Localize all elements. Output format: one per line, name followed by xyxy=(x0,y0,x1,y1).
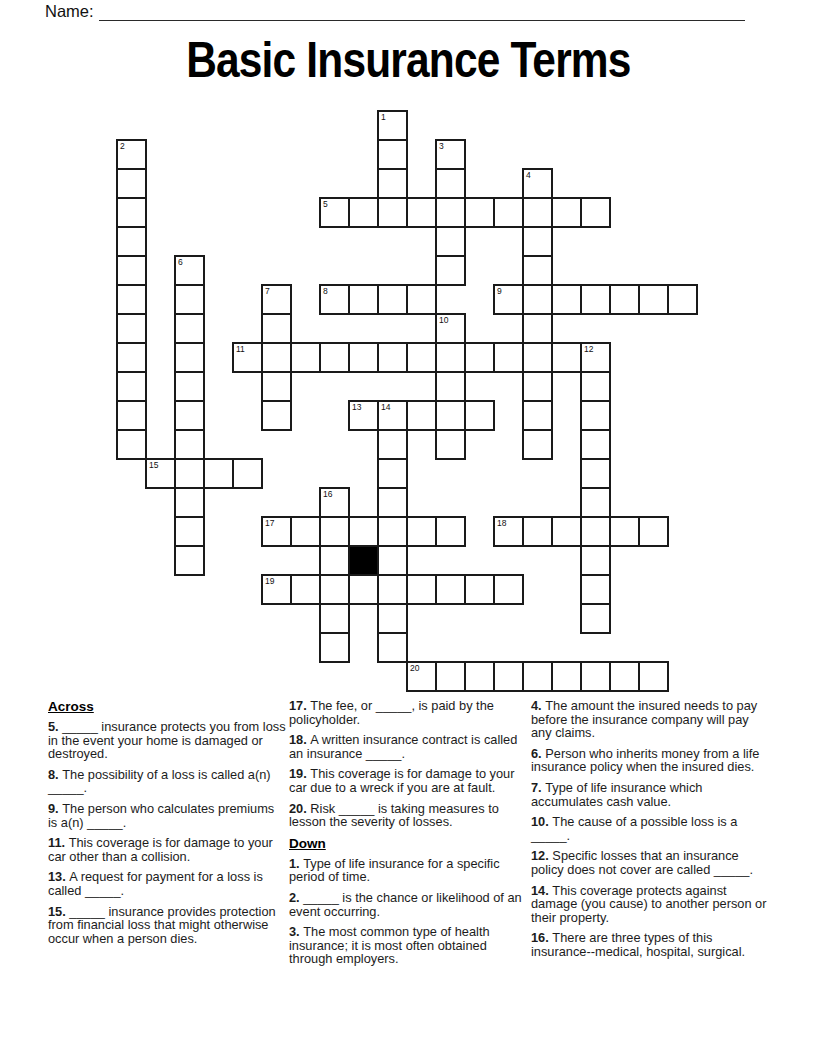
clue-9-across: 9. The person who calculates premiums is… xyxy=(48,802,286,829)
grid-cell-c11-r8[interactable] xyxy=(435,342,466,373)
grid-cell-c9-r8[interactable] xyxy=(377,342,408,373)
grid-cell-c5-r10[interactable] xyxy=(261,400,292,431)
grid-cell-c2-r5[interactable]: 6 xyxy=(174,255,205,286)
clue-16-down: 16. There are three types of this insura… xyxy=(531,931,771,958)
grid-cell-c9-r17[interactable] xyxy=(377,603,408,634)
grid-cell-c6-r8[interactable] xyxy=(290,342,321,373)
grid-cell-c2-r12[interactable] xyxy=(174,458,205,489)
grid-cell-c9-r1[interactable] xyxy=(377,139,408,170)
grid-cell-c7-r13[interactable]: 16 xyxy=(319,487,350,518)
grid-cell-c13-r19[interactable] xyxy=(493,661,524,692)
grid-cell-c9-r15[interactable] xyxy=(377,545,408,576)
grid-cell-c7-r6[interactable]: 8 xyxy=(319,284,350,315)
clue-number: 5. xyxy=(48,719,62,734)
grid-cell-c16-r15[interactable] xyxy=(580,545,611,576)
grid-cell-c7-r8[interactable] xyxy=(319,342,350,373)
grid-cell-c0-r2[interactable] xyxy=(116,168,147,199)
grid-cell-c11-r4[interactable] xyxy=(435,226,466,257)
grid-cell-c14-r6[interactable] xyxy=(522,284,553,315)
grid-cell-c8-r16[interactable] xyxy=(348,574,379,605)
cell-number-4: 4 xyxy=(526,170,531,180)
cell-number-20: 20 xyxy=(410,663,419,673)
cell-number-12: 12 xyxy=(584,344,593,354)
name-label: Name: xyxy=(45,2,94,21)
cell-number-3: 3 xyxy=(439,141,444,151)
grid-cell-c14-r10[interactable] xyxy=(522,400,553,431)
grid-cell-c7-r3[interactable]: 5 xyxy=(319,197,350,228)
clue-1-down: 1. Type of life insurance for a specific… xyxy=(289,857,525,884)
clue-number: 4. xyxy=(531,698,545,713)
grid-cell-c10-r3[interactable] xyxy=(406,197,437,228)
grid-cell-c14-r19[interactable] xyxy=(522,661,553,692)
grid-cell-c17-r6[interactable] xyxy=(609,284,640,315)
grid-cell-c7-r14[interactable] xyxy=(319,516,350,547)
grid-cell-c19-r6[interactable] xyxy=(667,284,698,315)
clue-14-down: 14. This coverage protects against damag… xyxy=(531,884,771,925)
cell-number-18: 18 xyxy=(497,518,506,528)
grid-cell-c8-r3[interactable] xyxy=(348,197,379,228)
clue-number: 1. xyxy=(289,856,303,871)
grid-cell-c9-r16[interactable] xyxy=(377,574,408,605)
grid-cell-c16-r14[interactable] xyxy=(580,516,611,547)
grid-cell-c11-r16[interactable] xyxy=(435,574,466,605)
clue-13-across: 13. A request for payment for a loss is … xyxy=(48,870,286,897)
grid-cell-c11-r5[interactable] xyxy=(435,255,466,286)
grid-cell-c2-r15[interactable] xyxy=(174,545,205,576)
grid-cell-c5-r14[interactable]: 17 xyxy=(261,516,292,547)
clue-2-down: 2. _____ is the chance or likelihood of … xyxy=(289,891,525,918)
grid-cell-c0-r7[interactable] xyxy=(116,313,147,344)
grid-cell-c2-r8[interactable] xyxy=(174,342,205,373)
grid-cell-c7-r15[interactable] xyxy=(319,545,350,576)
clue-number: 18. xyxy=(289,732,310,747)
grid-cell-c17-r14[interactable] xyxy=(609,516,640,547)
grid-cell-c2-r9[interactable] xyxy=(174,371,205,402)
grid-cell-c0-r11[interactable] xyxy=(116,429,147,460)
cell-number-5: 5 xyxy=(323,199,328,209)
grid-cell-c2-r10[interactable] xyxy=(174,400,205,431)
grid-cell-c12-r3[interactable] xyxy=(464,197,495,228)
grid-cell-c18-r6[interactable] xyxy=(638,284,669,315)
clue-18-across: 18. A written insurance contract is call… xyxy=(289,733,525,760)
grid-cell-c17-r19[interactable] xyxy=(609,661,640,692)
grid-cell-c15-r14[interactable] xyxy=(551,516,582,547)
grid-cell-c9-r0[interactable]: 1 xyxy=(377,110,408,141)
clue-17-across: 17. The fee, or _____, is paid by the po… xyxy=(289,699,525,726)
grid-cell-c8-r6[interactable] xyxy=(348,284,379,315)
grid-cell-c10-r8[interactable] xyxy=(406,342,437,373)
grid-cell-c7-r16[interactable] xyxy=(319,574,350,605)
grid-cell-c9-r14[interactable] xyxy=(377,516,408,547)
grid-cell-c2-r13[interactable] xyxy=(174,487,205,518)
grid-cell-c12-r10[interactable] xyxy=(464,400,495,431)
clue-6-down: 6. Person who inherits money from a life… xyxy=(531,747,771,774)
grid-cell-c11-r9[interactable] xyxy=(435,371,466,402)
grid-cell-c2-r11[interactable] xyxy=(174,429,205,460)
grid-cell-c4-r12[interactable] xyxy=(232,458,263,489)
grid-cell-c5-r7[interactable] xyxy=(261,313,292,344)
grid-cell-c11-r10[interactable] xyxy=(435,400,466,431)
grid-cell-c13-r8[interactable] xyxy=(493,342,524,373)
name-fill-line xyxy=(99,2,745,21)
grid-cell-c2-r14[interactable] xyxy=(174,516,205,547)
clue-number: 6. xyxy=(531,746,545,761)
cell-number-6: 6 xyxy=(178,257,183,267)
grid-cell-c6-r14[interactable] xyxy=(290,516,321,547)
cell-number-13: 13 xyxy=(352,402,361,412)
cell-number-8: 8 xyxy=(323,286,328,296)
page-title: Basic Insurance Terms xyxy=(186,33,630,87)
grid-cell-c10-r16[interactable] xyxy=(406,574,437,605)
clues-column-down: 4. The amount the insured needs to pay b… xyxy=(531,699,771,966)
grid-cell-c0-r6[interactable] xyxy=(116,284,147,315)
crossword-worksheet: { "game": "crossword", "header": { "name… xyxy=(0,0,816,1056)
clue-4-down: 4. The amount the insured needs to pay b… xyxy=(531,699,771,740)
grid-cell-c14-r14[interactable] xyxy=(522,516,553,547)
grid-cell-c0-r8[interactable] xyxy=(116,342,147,373)
cell-number-9: 9 xyxy=(497,286,502,296)
clue-number: 14. xyxy=(531,883,552,898)
cell-number-15: 15 xyxy=(149,460,158,470)
cell-number-19: 19 xyxy=(265,576,274,586)
grid-cell-c13-r14[interactable]: 18 xyxy=(493,516,524,547)
clue-20-across: 20. Risk _____ is taking measures to les… xyxy=(289,802,525,829)
grid-cell-c8-r10[interactable]: 13 xyxy=(348,400,379,431)
clue-10-down: 10. The cause of a possible loss is a __… xyxy=(531,815,771,842)
grid-cell-c14-r9[interactable] xyxy=(522,371,553,402)
grid-cell-c5-r6[interactable]: 7 xyxy=(261,284,292,315)
clue-number: 16. xyxy=(531,930,552,945)
grid-cell-c14-r5[interactable] xyxy=(522,255,553,286)
clue-number: 20. xyxy=(289,801,310,816)
grid-cell-c12-r19[interactable] xyxy=(464,661,495,692)
grid-cell-c0-r9[interactable] xyxy=(116,371,147,402)
grid-cell-c13-r3[interactable] xyxy=(493,197,524,228)
clue-number: 7. xyxy=(531,780,545,795)
grid-cell-c15-r19[interactable] xyxy=(551,661,582,692)
grid-cell-c10-r10[interactable] xyxy=(406,400,437,431)
grid-cell-c9-r13[interactable] xyxy=(377,487,408,518)
clue-number: 17. xyxy=(289,698,310,713)
grid-cell-c13-r16[interactable] xyxy=(493,574,524,605)
clue-12-down: 12. Specific losses that an insurance po… xyxy=(531,849,771,876)
grid-cell-c11-r2[interactable] xyxy=(435,168,466,199)
down-heading: Down xyxy=(289,836,525,851)
grid-cell-c4-r8[interactable]: 11 xyxy=(232,342,263,373)
grid-cell-c1-r12[interactable]: 15 xyxy=(145,458,176,489)
grid-cell-c16-r9[interactable] xyxy=(580,371,611,402)
clue-8-across: 8. The possibility of a loss is called a… xyxy=(48,768,286,795)
cell-number-14: 14 xyxy=(381,402,390,412)
grid-cell-c16-r8[interactable]: 12 xyxy=(580,342,611,373)
grid-cell-c2-r6[interactable] xyxy=(174,284,205,315)
grid-cell-c14-r3[interactable] xyxy=(522,197,553,228)
clue-number: 12. xyxy=(531,848,552,863)
grid-cell-c7-r17[interactable] xyxy=(319,603,350,634)
grid-cell-c10-r14[interactable] xyxy=(406,516,437,547)
clue-11-across: 11. This coverage is for damage to your … xyxy=(48,836,286,863)
grid-cell-c11-r14[interactable] xyxy=(435,516,466,547)
grid-cell-c9-r3[interactable] xyxy=(377,197,408,228)
cell-number-2: 2 xyxy=(120,141,125,151)
grid-cell-c10-r6[interactable] xyxy=(406,284,437,315)
grid-cell-c16-r12[interactable] xyxy=(580,458,611,489)
clue-number: 15. xyxy=(48,904,69,919)
grid-cell-c9-r6[interactable] xyxy=(377,284,408,315)
grid-cell-c0-r10[interactable] xyxy=(116,400,147,431)
grid-cell-c5-r16[interactable]: 19 xyxy=(261,574,292,605)
grid-cell-c8-r8[interactable] xyxy=(348,342,379,373)
grid-cell-c16-r3[interactable] xyxy=(580,197,611,228)
grid-cell-c9-r10[interactable]: 14 xyxy=(377,400,408,431)
clue-number: 11. xyxy=(48,835,69,850)
clue-number: 13. xyxy=(48,869,69,884)
grid-cell-c7-r18[interactable] xyxy=(319,632,350,663)
grid-cell-c3-r12[interactable] xyxy=(203,458,234,489)
grid-cell-c18-r19[interactable] xyxy=(638,661,669,692)
black-cell xyxy=(348,545,379,576)
grid-cell-c10-r19[interactable]: 20 xyxy=(406,661,437,692)
grid-cell-c0-r5[interactable] xyxy=(116,255,147,286)
grid-cell-c13-r6[interactable]: 9 xyxy=(493,284,524,315)
grid-cell-c14-r7[interactable] xyxy=(522,313,553,344)
grid-cell-c0-r1[interactable]: 2 xyxy=(116,139,147,170)
cell-number-11: 11 xyxy=(236,344,245,354)
cell-number-1: 1 xyxy=(381,112,386,122)
grid-cell-c9-r11[interactable] xyxy=(377,429,408,460)
clue-3-down: 3. The most common type of health insura… xyxy=(289,925,525,966)
grid-cell-c16-r6[interactable] xyxy=(580,284,611,315)
grid-cell-c16-r10[interactable] xyxy=(580,400,611,431)
grid-cell-c16-r13[interactable] xyxy=(580,487,611,518)
crossword-grid: 1234567891011121314151617181920 xyxy=(116,110,700,694)
grid-cell-c15-r3[interactable] xyxy=(551,197,582,228)
grid-cell-c9-r12[interactable] xyxy=(377,458,408,489)
grid-cell-c16-r16[interactable] xyxy=(580,574,611,605)
grid-cell-c12-r16[interactable] xyxy=(464,574,495,605)
grid-cell-c14-r2[interactable]: 4 xyxy=(522,168,553,199)
clue-number: 3. xyxy=(289,924,303,939)
grid-cell-c11-r7[interactable]: 10 xyxy=(435,313,466,344)
clue-number: 2. xyxy=(289,890,303,905)
grid-cell-c6-r16[interactable] xyxy=(290,574,321,605)
grid-cell-c11-r3[interactable] xyxy=(435,197,466,228)
clue-number: 19. xyxy=(289,766,310,781)
grid-cell-c18-r14[interactable] xyxy=(638,516,669,547)
clue-number: 9. xyxy=(48,801,62,816)
cell-number-16: 16 xyxy=(323,489,332,499)
grid-cell-c8-r14[interactable] xyxy=(348,516,379,547)
clue-number: 10. xyxy=(531,814,552,829)
grid-cell-c14-r4[interactable] xyxy=(522,226,553,257)
grid-cell-c5-r9[interactable] xyxy=(261,371,292,402)
grid-cell-c14-r11[interactable] xyxy=(522,429,553,460)
grid-cell-c9-r2[interactable] xyxy=(377,168,408,199)
cell-number-7: 7 xyxy=(265,286,270,296)
grid-cell-c16-r17[interactable] xyxy=(580,603,611,634)
grid-cell-c15-r6[interactable] xyxy=(551,284,582,315)
clue-7-down: 7. Type of life insurance which accumula… xyxy=(531,781,771,808)
clues-column-across: Across5. _____ insurance protects you fr… xyxy=(48,699,286,952)
grid-cell-c16-r19[interactable] xyxy=(580,661,611,692)
grid-cell-c5-r8[interactable] xyxy=(261,342,292,373)
grid-cell-c11-r1[interactable]: 3 xyxy=(435,139,466,170)
grid-cell-c15-r8[interactable] xyxy=(551,342,582,373)
grid-cell-c16-r11[interactable] xyxy=(580,429,611,460)
grid-cell-c11-r11[interactable] xyxy=(435,429,466,460)
title-row: Basic Insurance Terms xyxy=(0,33,816,87)
cell-number-10: 10 xyxy=(439,315,448,325)
clue-19-across: 19. This coverage is for damage to your … xyxy=(289,767,525,794)
grid-cell-c14-r8[interactable] xyxy=(522,342,553,373)
grid-cell-c0-r4[interactable] xyxy=(116,226,147,257)
grid-cell-c0-r3[interactable] xyxy=(116,197,147,228)
grid-cell-c9-r18[interactable] xyxy=(377,632,408,663)
cell-number-17: 17 xyxy=(265,518,274,528)
across-heading: Across xyxy=(48,699,286,714)
grid-cell-c2-r7[interactable] xyxy=(174,313,205,344)
clue-number: 8. xyxy=(48,767,62,782)
clue-5-across: 5. _____ insurance protects you from los… xyxy=(48,720,286,761)
clue-15-across: 15. _____ insurance provides protection … xyxy=(48,905,286,946)
clues-column-middle: 17. The fee, or _____, is paid by the po… xyxy=(289,699,525,973)
grid-cell-c12-r8[interactable] xyxy=(464,342,495,373)
grid-cell-c11-r19[interactable] xyxy=(435,661,466,692)
